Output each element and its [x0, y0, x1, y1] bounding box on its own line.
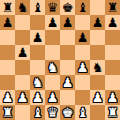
white-king-piece: ♚	[62, 105, 74, 120]
square-a8[interactable]: ♜	[0, 0, 15, 15]
square-e4[interactable]	[60, 60, 75, 75]
square-d7[interactable]: ♟	[45, 15, 60, 30]
white-knight-piece: ♞	[32, 75, 44, 90]
black-bishop-piece: ♝	[32, 0, 44, 15]
square-g6[interactable]	[90, 30, 105, 45]
square-c4[interactable]	[30, 60, 45, 75]
square-c7[interactable]	[30, 15, 45, 30]
square-a7[interactable]: ♟	[0, 15, 15, 30]
square-a4[interactable]	[0, 60, 15, 75]
black-bishop-piece: ♝	[77, 0, 89, 15]
square-g8[interactable]	[90, 0, 105, 15]
black-queen-piece: ♛	[47, 0, 59, 15]
chess-board: ♜♞♝♛♚♝♜♟♟♟♟♟♟♟♟♞♟♞♞♟♟♟♟♟♟♟♜♝♛♚♝♜	[0, 0, 120, 120]
white-pawn-piece: ♟	[92, 90, 104, 105]
square-a1[interactable]: ♜	[0, 105, 15, 120]
square-b2[interactable]: ♟	[15, 90, 30, 105]
square-d2[interactable]: ♟	[45, 90, 60, 105]
square-h4[interactable]	[105, 60, 120, 75]
square-a5[interactable]	[0, 45, 15, 60]
square-g1[interactable]	[90, 105, 105, 120]
square-h2[interactable]: ♟	[105, 90, 120, 105]
white-pawn-piece: ♟	[77, 60, 89, 75]
square-d4[interactable]: ♞	[45, 60, 60, 75]
square-b3[interactable]	[15, 75, 30, 90]
square-b8[interactable]: ♞	[15, 0, 30, 15]
square-e1[interactable]: ♚	[60, 105, 75, 120]
square-c8[interactable]: ♝	[30, 0, 45, 15]
white-queen-piece: ♛	[47, 105, 59, 120]
square-d1[interactable]: ♛	[45, 105, 60, 120]
square-f7[interactable]	[75, 15, 90, 30]
square-b1[interactable]	[15, 105, 30, 120]
black-rook-piece: ♜	[2, 0, 14, 15]
square-b5[interactable]: ♟	[15, 45, 30, 60]
square-f5[interactable]	[75, 45, 90, 60]
square-e8[interactable]: ♚	[60, 0, 75, 15]
black-pawn-piece: ♟	[77, 30, 89, 45]
black-pawn-piece: ♟	[47, 15, 59, 30]
square-g5[interactable]	[90, 45, 105, 60]
black-knight-piece: ♞	[92, 60, 104, 75]
square-a3[interactable]	[0, 75, 15, 90]
square-e2[interactable]	[60, 90, 75, 105]
black-pawn-piece: ♟	[107, 15, 119, 30]
square-g4[interactable]: ♞	[90, 60, 105, 75]
square-h1[interactable]: ♜	[105, 105, 120, 120]
square-f4[interactable]: ♟	[75, 60, 90, 75]
square-g2[interactable]: ♟	[90, 90, 105, 105]
square-h3[interactable]	[105, 75, 120, 90]
square-b7[interactable]	[15, 15, 30, 30]
square-f3[interactable]	[75, 75, 90, 90]
square-c3[interactable]: ♞	[30, 75, 45, 90]
square-d8[interactable]: ♛	[45, 0, 60, 15]
square-c1[interactable]: ♝	[30, 105, 45, 120]
white-pawn-piece: ♟	[47, 90, 59, 105]
square-a2[interactable]: ♟	[0, 90, 15, 105]
black-rook-piece: ♜	[107, 0, 119, 15]
white-knight-piece: ♞	[47, 60, 59, 75]
black-pawn-piece: ♟	[17, 45, 29, 60]
white-pawn-piece: ♟	[62, 75, 74, 90]
white-bishop-piece: ♝	[32, 105, 44, 120]
white-rook-piece: ♜	[107, 105, 119, 120]
square-b4[interactable]	[15, 60, 30, 75]
square-e7[interactable]: ♟	[60, 15, 75, 30]
black-pawn-piece: ♟	[62, 15, 74, 30]
square-e3[interactable]: ♟	[60, 75, 75, 90]
white-rook-piece: ♜	[2, 105, 14, 120]
square-c5[interactable]	[30, 45, 45, 60]
square-f8[interactable]: ♝	[75, 0, 90, 15]
white-pawn-piece: ♟	[2, 90, 14, 105]
square-h8[interactable]: ♜	[105, 0, 120, 15]
white-bishop-piece: ♝	[77, 105, 89, 120]
black-pawn-piece: ♟	[32, 30, 44, 45]
black-pawn-piece: ♟	[2, 15, 14, 30]
square-f2[interactable]	[75, 90, 90, 105]
square-h7[interactable]: ♟	[105, 15, 120, 30]
black-knight-piece: ♞	[17, 0, 29, 15]
square-g3[interactable]	[90, 75, 105, 90]
square-a6[interactable]	[0, 30, 15, 45]
square-d5[interactable]	[45, 45, 60, 60]
white-pawn-piece: ♟	[32, 90, 44, 105]
square-g7[interactable]: ♟	[90, 15, 105, 30]
square-c6[interactable]: ♟	[30, 30, 45, 45]
white-pawn-piece: ♟	[107, 90, 119, 105]
square-h6[interactable]	[105, 30, 120, 45]
square-c2[interactable]: ♟	[30, 90, 45, 105]
white-pawn-piece: ♟	[17, 90, 29, 105]
square-f1[interactable]: ♝	[75, 105, 90, 120]
black-pawn-piece: ♟	[92, 15, 104, 30]
square-e5[interactable]	[60, 45, 75, 60]
black-king-piece: ♚	[62, 0, 74, 15]
square-d3[interactable]	[45, 75, 60, 90]
square-e6[interactable]	[60, 30, 75, 45]
square-d6[interactable]	[45, 30, 60, 45]
square-h5[interactable]	[105, 45, 120, 60]
square-f6[interactable]: ♟	[75, 30, 90, 45]
square-b6[interactable]	[15, 30, 30, 45]
